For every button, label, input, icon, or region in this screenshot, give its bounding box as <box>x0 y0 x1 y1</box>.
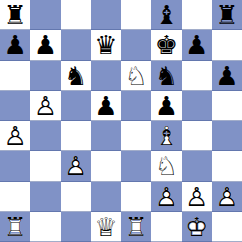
piece-black-pawn: ♟ <box>0 30 30 60</box>
piece-white-rook: ♖ <box>0 212 30 242</box>
piece-fill-white-rook: ♜ <box>121 212 151 242</box>
square-a8[interactable]: ♜ <box>0 0 30 30</box>
square-h8[interactable]: ♜ <box>212 0 242 30</box>
piece-black-pawn: ♟ <box>30 30 60 60</box>
square-c5[interactable] <box>61 91 91 121</box>
piece-black-rook: ♜ <box>0 0 30 30</box>
square-f7[interactable]: ♚ <box>151 30 181 60</box>
square-a2[interactable] <box>0 182 30 212</box>
piece-white-pawn: ♙ <box>151 182 181 212</box>
square-c3[interactable]: ♟♙ <box>61 151 91 181</box>
square-d3[interactable] <box>91 151 121 181</box>
piece-fill-white-knight: ♞ <box>121 61 151 91</box>
chess-board: ♜♝♜♟♟♛♚♟♞♞♘♞♟♟♙♟♟♟♙♝♗♟♙♞♘♟♙♟♙♟♙♜♖♛♕♜♖♚♔ <box>0 0 242 242</box>
piece-white-knight: ♘ <box>151 151 181 181</box>
piece-white-pawn: ♙ <box>30 91 60 121</box>
square-g8[interactable] <box>182 0 212 30</box>
square-d4[interactable] <box>91 121 121 151</box>
square-h3[interactable] <box>212 151 242 181</box>
square-h6[interactable]: ♟ <box>212 61 242 91</box>
square-f1[interactable] <box>151 212 181 242</box>
piece-black-pawn: ♟ <box>151 91 181 121</box>
piece-fill-white-pawn: ♟ <box>61 151 91 181</box>
square-f8[interactable]: ♝ <box>151 0 181 30</box>
square-b4[interactable] <box>30 121 60 151</box>
square-a4[interactable]: ♟♙ <box>0 121 30 151</box>
square-g6[interactable] <box>182 61 212 91</box>
square-b8[interactable] <box>30 0 60 30</box>
piece-black-queen: ♛ <box>91 30 121 60</box>
square-c7[interactable] <box>61 30 91 60</box>
square-b7[interactable]: ♟ <box>30 30 60 60</box>
square-d1[interactable]: ♛♕ <box>91 212 121 242</box>
square-h1[interactable] <box>212 212 242 242</box>
piece-white-rook: ♖ <box>121 212 151 242</box>
square-f6[interactable]: ♞ <box>151 61 181 91</box>
square-g4[interactable] <box>182 121 212 151</box>
square-c4[interactable] <box>61 121 91 151</box>
square-c2[interactable] <box>61 182 91 212</box>
piece-fill-white-knight: ♞ <box>151 151 181 181</box>
piece-white-knight: ♘ <box>121 61 151 91</box>
piece-fill-white-rook: ♜ <box>0 212 30 242</box>
square-e6[interactable]: ♞♘ <box>121 61 151 91</box>
piece-fill-white-pawn: ♟ <box>212 182 242 212</box>
piece-white-pawn: ♙ <box>212 182 242 212</box>
piece-fill-white-pawn: ♟ <box>182 182 212 212</box>
piece-fill-white-pawn: ♟ <box>30 91 60 121</box>
square-f2[interactable]: ♟♙ <box>151 182 181 212</box>
square-b2[interactable] <box>30 182 60 212</box>
square-h4[interactable] <box>212 121 242 151</box>
square-a3[interactable] <box>0 151 30 181</box>
piece-white-pawn: ♙ <box>61 151 91 181</box>
piece-black-knight: ♞ <box>61 61 91 91</box>
piece-white-king: ♔ <box>182 212 212 242</box>
piece-fill-white-king: ♚ <box>182 212 212 242</box>
square-h7[interactable] <box>212 30 242 60</box>
square-e1[interactable]: ♜♖ <box>121 212 151 242</box>
square-b5[interactable]: ♟♙ <box>30 91 60 121</box>
piece-black-pawn: ♟ <box>182 30 212 60</box>
piece-black-rook: ♜ <box>212 0 242 30</box>
square-c8[interactable] <box>61 0 91 30</box>
square-c1[interactable] <box>61 212 91 242</box>
square-d2[interactable] <box>91 182 121 212</box>
square-f3[interactable]: ♞♘ <box>151 151 181 181</box>
square-a6[interactable] <box>0 61 30 91</box>
square-e4[interactable] <box>121 121 151 151</box>
square-g2[interactable]: ♟♙ <box>182 182 212 212</box>
square-d6[interactable] <box>91 61 121 91</box>
piece-white-bishop: ♗ <box>151 121 181 151</box>
square-d7[interactable]: ♛ <box>91 30 121 60</box>
square-a7[interactable]: ♟ <box>0 30 30 60</box>
square-b3[interactable] <box>30 151 60 181</box>
square-e2[interactable] <box>121 182 151 212</box>
square-h5[interactable] <box>212 91 242 121</box>
square-g7[interactable]: ♟ <box>182 30 212 60</box>
square-e7[interactable] <box>121 30 151 60</box>
square-e3[interactable] <box>121 151 151 181</box>
square-f4[interactable]: ♝♗ <box>151 121 181 151</box>
square-g5[interactable] <box>182 91 212 121</box>
square-a5[interactable] <box>0 91 30 121</box>
piece-black-bishop: ♝ <box>151 0 181 30</box>
square-e8[interactable] <box>121 0 151 30</box>
piece-black-pawn: ♟ <box>212 61 242 91</box>
square-b6[interactable] <box>30 61 60 91</box>
square-b1[interactable] <box>30 212 60 242</box>
piece-white-pawn: ♙ <box>0 121 30 151</box>
piece-white-pawn: ♙ <box>182 182 212 212</box>
piece-fill-white-pawn: ♟ <box>0 121 30 151</box>
piece-fill-white-queen: ♛ <box>91 212 121 242</box>
square-g1[interactable]: ♚♔ <box>182 212 212 242</box>
piece-white-queen: ♕ <box>91 212 121 242</box>
piece-fill-white-bishop: ♝ <box>151 121 181 151</box>
square-h2[interactable]: ♟♙ <box>212 182 242 212</box>
square-a1[interactable]: ♜♖ <box>0 212 30 242</box>
square-d8[interactable] <box>91 0 121 30</box>
piece-black-knight: ♞ <box>151 61 181 91</box>
piece-black-king: ♚ <box>151 30 181 60</box>
square-d5[interactable]: ♟ <box>91 91 121 121</box>
piece-black-pawn: ♟ <box>91 91 121 121</box>
square-e5[interactable] <box>121 91 151 121</box>
piece-fill-white-pawn: ♟ <box>151 182 181 212</box>
square-f5[interactable]: ♟ <box>151 91 181 121</box>
square-c6[interactable]: ♞ <box>61 61 91 91</box>
square-g3[interactable] <box>182 151 212 181</box>
